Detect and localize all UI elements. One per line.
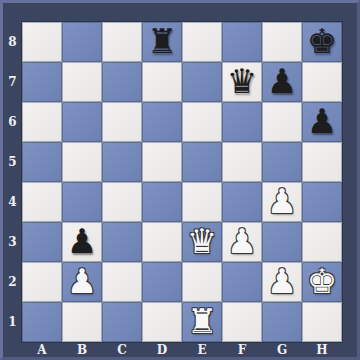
square-f3[interactable]: ♟ xyxy=(222,222,262,262)
square-g8[interactable] xyxy=(262,22,302,62)
square-g6[interactable] xyxy=(262,102,302,142)
square-d8[interactable]: ♜ xyxy=(142,22,182,62)
rank-label-4: 4 xyxy=(3,182,22,222)
square-b6[interactable] xyxy=(62,102,102,142)
square-e3[interactable]: ♛ xyxy=(182,222,222,262)
file-label-h: H xyxy=(302,343,342,357)
square-f1[interactable] xyxy=(222,302,262,342)
square-h3[interactable] xyxy=(302,222,342,262)
square-c2[interactable] xyxy=(102,262,142,302)
square-h5[interactable] xyxy=(302,142,342,182)
square-e8[interactable] xyxy=(182,22,222,62)
square-b3[interactable]: ♟ xyxy=(62,222,102,262)
file-label-d: D xyxy=(142,343,182,357)
chess-board[interactable]: ♜♚♛♟♟♟♟♛♟♟♟♚♜ xyxy=(22,22,342,342)
chess-board-frame: 87654321 ♜♚♛♟♟♟♟♛♟♟♟♚♜ ABCDEFGH xyxy=(0,0,360,360)
white-rook-e1[interactable]: ♜ xyxy=(187,301,217,341)
rank-label-3: 3 xyxy=(3,222,22,262)
square-g5[interactable] xyxy=(262,142,302,182)
square-g2[interactable]: ♟ xyxy=(262,262,302,302)
square-g7[interactable]: ♟ xyxy=(262,62,302,102)
white-queen-e3[interactable]: ♛ xyxy=(187,221,217,261)
square-d2[interactable] xyxy=(142,262,182,302)
rank-label-1: 1 xyxy=(3,302,22,342)
white-pawn-b2[interactable]: ♟ xyxy=(67,261,97,301)
square-d4[interactable] xyxy=(142,182,182,222)
square-h8[interactable]: ♚ xyxy=(302,22,342,62)
square-c1[interactable] xyxy=(102,302,142,342)
black-rook-d8[interactable]: ♜ xyxy=(147,21,177,61)
square-d7[interactable] xyxy=(142,62,182,102)
square-f2[interactable] xyxy=(222,262,262,302)
square-e5[interactable] xyxy=(182,142,222,182)
square-b5[interactable] xyxy=(62,142,102,182)
white-pawn-f3[interactable]: ♟ xyxy=(227,221,257,261)
square-h1[interactable] xyxy=(302,302,342,342)
black-pawn-b3[interactable]: ♟ xyxy=(67,221,97,261)
square-g3[interactable] xyxy=(262,222,302,262)
square-b4[interactable] xyxy=(62,182,102,222)
file-label-b: B xyxy=(62,343,102,357)
square-a5[interactable] xyxy=(22,142,62,182)
rank-label-6: 6 xyxy=(3,102,22,142)
square-e1[interactable]: ♜ xyxy=(182,302,222,342)
square-h6[interactable]: ♟ xyxy=(302,102,342,142)
square-a1[interactable] xyxy=(22,302,62,342)
square-a7[interactable] xyxy=(22,62,62,102)
square-d6[interactable] xyxy=(142,102,182,142)
square-a2[interactable] xyxy=(22,262,62,302)
square-f7[interactable]: ♛ xyxy=(222,62,262,102)
square-c5[interactable] xyxy=(102,142,142,182)
square-g4[interactable]: ♟ xyxy=(262,182,302,222)
square-c7[interactable] xyxy=(102,62,142,102)
square-b2[interactable]: ♟ xyxy=(62,262,102,302)
white-pawn-g4[interactable]: ♟ xyxy=(267,181,297,221)
square-f4[interactable] xyxy=(222,182,262,222)
square-b1[interactable] xyxy=(62,302,102,342)
file-label-c: C xyxy=(102,343,142,357)
black-queen-f7[interactable]: ♛ xyxy=(227,61,257,101)
white-pawn-g2[interactable]: ♟ xyxy=(267,261,297,301)
square-g1[interactable] xyxy=(262,302,302,342)
file-label-a: A xyxy=(22,343,62,357)
file-label-e: E xyxy=(182,343,222,357)
rank-label-8: 8 xyxy=(3,22,22,62)
square-e6[interactable] xyxy=(182,102,222,142)
rank-label-2: 2 xyxy=(3,262,22,302)
rank-label-7: 7 xyxy=(3,62,22,102)
file-label-f: F xyxy=(222,343,262,357)
square-a4[interactable] xyxy=(22,182,62,222)
square-a6[interactable] xyxy=(22,102,62,142)
square-h2[interactable]: ♚ xyxy=(302,262,342,302)
square-c3[interactable] xyxy=(102,222,142,262)
square-e7[interactable] xyxy=(182,62,222,102)
square-d5[interactable] xyxy=(142,142,182,182)
square-c8[interactable] xyxy=(102,22,142,62)
square-d3[interactable] xyxy=(142,222,182,262)
rank-labels: 87654321 xyxy=(3,22,22,342)
square-e2[interactable] xyxy=(182,262,222,302)
square-b8[interactable] xyxy=(62,22,102,62)
square-h7[interactable] xyxy=(302,62,342,102)
rank-label-5: 5 xyxy=(3,142,22,182)
square-d1[interactable] xyxy=(142,302,182,342)
black-pawn-h6[interactable]: ♟ xyxy=(307,101,337,141)
black-king-h8[interactable]: ♚ xyxy=(307,21,337,61)
square-f8[interactable] xyxy=(222,22,262,62)
square-e4[interactable] xyxy=(182,182,222,222)
square-h4[interactable] xyxy=(302,182,342,222)
square-c6[interactable] xyxy=(102,102,142,142)
black-pawn-g7[interactable]: ♟ xyxy=(267,61,297,101)
square-b7[interactable] xyxy=(62,62,102,102)
square-f6[interactable] xyxy=(222,102,262,142)
square-c4[interactable] xyxy=(102,182,142,222)
square-a8[interactable] xyxy=(22,22,62,62)
square-a3[interactable] xyxy=(22,222,62,262)
square-f5[interactable] xyxy=(222,142,262,182)
file-labels: ABCDEFGH xyxy=(22,343,342,357)
file-label-g: G xyxy=(262,343,302,357)
white-king-h2[interactable]: ♚ xyxy=(307,261,337,301)
